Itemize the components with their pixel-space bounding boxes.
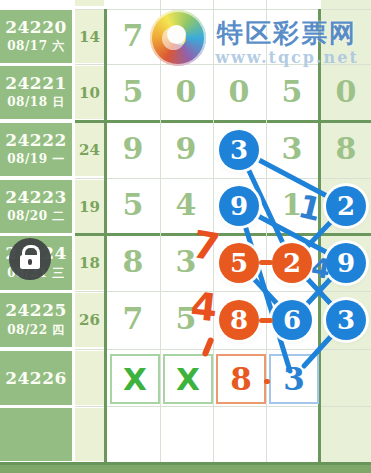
trend-line — [304, 336, 332, 366]
trend-lines — [0, 0, 371, 473]
circled-digit-value: 2 — [337, 191, 355, 221]
circled-digit: 2 — [272, 243, 312, 283]
circled-digit: 9 — [219, 186, 259, 226]
circled-digit-value: 6 — [283, 305, 301, 335]
circled-digit-value: 9 — [230, 191, 248, 221]
trend-chart-table: 2422008/17 六142422108/18 日102422208/19 一… — [0, 0, 371, 473]
circled-digit: 6 — [272, 300, 312, 340]
circled-digit-value: 3 — [337, 305, 355, 335]
circled-digit: 3 — [219, 130, 259, 170]
logo-swirl-icon — [150, 10, 206, 66]
site-logo[interactable]: 特区彩票网 www.tqcp.net — [140, 6, 371, 68]
site-name: 特区彩票网 — [206, 16, 368, 51]
circled-digit-value: 5 — [230, 248, 248, 278]
circled-digit: 2 — [326, 186, 366, 226]
circled-digit-value: 2 — [283, 248, 301, 278]
connector-dash — [259, 318, 273, 323]
connector-dash — [259, 260, 273, 265]
site-url: www.tqcp.net — [206, 48, 368, 67]
handwritten-stroke — [264, 379, 270, 384]
circled-digit: 5 — [219, 243, 259, 283]
handwritten-mark: 4 — [189, 287, 219, 328]
circled-digit-value: 9 — [337, 248, 355, 278]
circled-digit: 9 — [326, 243, 366, 283]
lock-button[interactable] — [9, 238, 51, 280]
circled-digit: 3 — [326, 300, 366, 340]
circled-digit-value: 8 — [230, 305, 248, 335]
circled-digit: 8 — [219, 300, 259, 340]
circled-digit-value: 3 — [230, 135, 248, 165]
trend-line — [253, 278, 278, 305]
